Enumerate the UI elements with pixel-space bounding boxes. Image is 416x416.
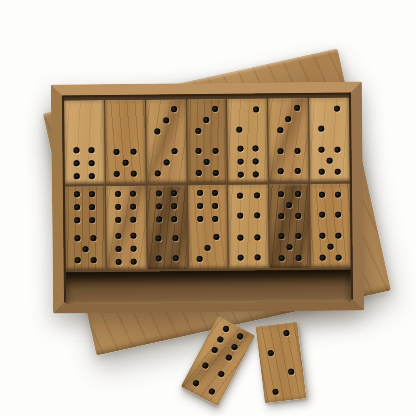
pip (335, 147, 341, 153)
pip (74, 148, 80, 154)
pip (319, 212, 325, 218)
pip (318, 147, 324, 153)
pip (295, 191, 301, 197)
pip (334, 106, 340, 112)
pip (131, 216, 137, 222)
pip (208, 387, 216, 395)
tile-half-top (106, 186, 146, 228)
tile-half-bottom (270, 226, 310, 268)
tile-half-bottom (64, 142, 104, 184)
pip (163, 159, 169, 165)
tile-half-top (64, 100, 104, 142)
pip (254, 213, 260, 219)
pip (116, 246, 122, 252)
pip (171, 106, 177, 112)
pip (319, 233, 325, 239)
pip (196, 170, 202, 176)
pip (163, 117, 169, 123)
pip (156, 256, 162, 262)
pip (212, 190, 218, 196)
pip (268, 350, 275, 357)
pip (173, 255, 179, 261)
pip (74, 173, 80, 179)
pip (225, 354, 233, 362)
pip (286, 202, 292, 208)
pip (319, 192, 325, 198)
pip (114, 171, 120, 177)
pip (237, 213, 243, 219)
tile-half-top (187, 185, 227, 227)
domino-tile-6-5[interactable] (65, 186, 106, 270)
pip (212, 215, 218, 221)
pip (237, 159, 243, 165)
pip (283, 330, 290, 337)
tile-half-bottom (229, 226, 269, 268)
domino-tile-3-3[interactable] (146, 99, 187, 183)
tile-half-top (147, 185, 187, 227)
pip (252, 146, 258, 152)
pip (156, 235, 162, 241)
pip (254, 255, 260, 261)
pip (131, 149, 137, 155)
pip (197, 190, 203, 196)
domino-tile-6-4[interactable] (147, 185, 188, 269)
pip (90, 217, 96, 223)
pip (318, 169, 324, 175)
tile-half-bottom (228, 140, 268, 182)
pip (287, 244, 293, 250)
pip (213, 234, 219, 240)
pip (222, 325, 230, 333)
tile-half-bottom (269, 140, 309, 182)
pip (236, 127, 242, 133)
pip (237, 193, 243, 199)
pip (197, 203, 203, 209)
pip (237, 235, 243, 241)
pip (212, 203, 218, 209)
domino-tile-4-4[interactable] (228, 184, 269, 268)
pip (319, 255, 325, 261)
pip (116, 233, 122, 239)
domino-tile-0-5[interactable] (105, 100, 146, 184)
pip (278, 255, 284, 261)
pip (294, 168, 300, 174)
pip (336, 255, 342, 261)
pip (272, 389, 279, 396)
pip (131, 171, 137, 177)
pip (253, 171, 259, 177)
tile-half-bottom (146, 141, 186, 183)
pip (277, 148, 283, 154)
pip (254, 192, 260, 198)
pip (318, 126, 324, 132)
pip (327, 158, 333, 164)
pip (197, 256, 203, 262)
pip (74, 160, 80, 166)
tile-half-bottom (310, 226, 350, 268)
pip (156, 216, 162, 222)
tile-half-top (228, 184, 268, 226)
pip (122, 160, 128, 166)
pip (295, 233, 301, 239)
domino-tile-2-6[interactable] (227, 98, 268, 182)
pip (238, 255, 244, 261)
tile-half-top (146, 99, 186, 141)
tile-half-top (227, 98, 267, 140)
pip (278, 191, 284, 197)
pip (197, 216, 203, 222)
pip (278, 233, 284, 239)
pip (230, 343, 238, 351)
pip (192, 379, 200, 387)
pip (278, 213, 284, 219)
pip (89, 148, 95, 154)
pip (217, 370, 225, 378)
tile-half-bottom (188, 227, 228, 269)
tile-half-bottom (65, 228, 105, 270)
pip (91, 257, 97, 263)
tile-half-bottom (187, 141, 227, 183)
tile-half-top (269, 184, 309, 226)
pip (195, 128, 201, 134)
pip (204, 117, 210, 123)
pip (89, 173, 95, 179)
pip (156, 191, 162, 197)
domino-tray (51, 81, 364, 313)
pip (74, 257, 80, 263)
tile-half-bottom (260, 360, 306, 403)
pip (335, 169, 341, 175)
pip (74, 192, 80, 198)
pip (82, 246, 88, 252)
pip (91, 235, 97, 241)
pip (205, 245, 211, 251)
pip (172, 235, 178, 241)
pip (171, 203, 177, 209)
pip (74, 235, 80, 241)
tile-half-top (310, 184, 350, 226)
pip (171, 148, 177, 154)
pip (237, 146, 243, 152)
domino-tile-3-4[interactable] (268, 98, 309, 182)
domino-tile-6-6[interactable] (106, 186, 147, 270)
pip (216, 336, 224, 344)
pip (212, 148, 218, 154)
domino-tile-3-5[interactable] (187, 99, 228, 183)
pip (130, 191, 136, 197)
tile-half-top (187, 99, 227, 141)
tray-floor (66, 270, 351, 305)
pip (328, 244, 334, 250)
pip (115, 216, 121, 222)
pip (131, 258, 137, 264)
pip (295, 213, 301, 219)
tile-half-bottom (147, 227, 187, 269)
pip (213, 170, 219, 176)
pip (277, 127, 283, 133)
tile-half-top (268, 98, 308, 140)
pip (196, 148, 202, 154)
pip (295, 255, 301, 261)
pip (114, 149, 120, 155)
domino-tile-0-6[interactable] (64, 100, 105, 184)
pip (211, 346, 219, 354)
pip (253, 158, 259, 164)
pip (116, 258, 122, 264)
tile-half-top (65, 186, 105, 228)
pip (115, 191, 121, 197)
domino-tile-2-5[interactable] (309, 98, 350, 182)
pip (212, 106, 218, 112)
pip (89, 192, 95, 198)
pip (171, 216, 177, 222)
pip (201, 362, 209, 370)
tile-half-top (309, 98, 349, 140)
pip (336, 233, 342, 239)
pip (288, 368, 295, 375)
tile-half-top (255, 322, 301, 365)
pip (236, 332, 244, 340)
pip (115, 204, 121, 210)
pip (74, 204, 80, 210)
pip (285, 116, 291, 122)
tile-half-bottom (105, 142, 145, 184)
pip (171, 191, 177, 197)
domino-tile-5-5[interactable] (269, 184, 310, 268)
pip (335, 192, 341, 198)
pip (131, 233, 137, 239)
pip (130, 204, 136, 210)
domino-tile-6-3[interactable] (187, 185, 228, 269)
domino-tile-2-2[interactable] (255, 322, 306, 404)
pip (336, 212, 342, 218)
pip (90, 204, 96, 210)
pip (204, 159, 210, 165)
pip (156, 203, 162, 209)
tile-half-bottom (106, 228, 146, 270)
tray-tile-grid (62, 92, 353, 270)
pip (294, 105, 300, 111)
pip (155, 128, 161, 134)
tile-half-top (105, 100, 145, 142)
pip (131, 246, 137, 252)
pip (294, 148, 300, 154)
pip (253, 106, 259, 112)
tile-half-bottom (310, 140, 350, 182)
pip (254, 234, 260, 240)
pip (155, 170, 161, 176)
pip (278, 168, 284, 174)
pip (237, 171, 243, 177)
pip (89, 160, 95, 166)
pip (75, 217, 81, 223)
domino-tile-4-5[interactable] (310, 184, 351, 268)
dominoes-scene (0, 0, 416, 416)
